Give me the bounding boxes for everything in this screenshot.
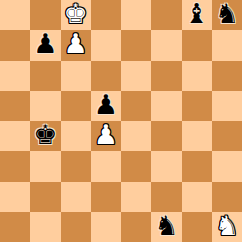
square-f3[interactable] [151,151,181,181]
square-f2[interactable] [151,182,181,212]
square-d3[interactable] [91,151,121,181]
piece-black-pawn-d5[interactable]: ♟ [94,91,118,120]
square-c4[interactable] [61,121,91,151]
square-c3[interactable] [61,151,91,181]
square-d2[interactable] [91,182,121,212]
square-b2[interactable] [30,182,60,212]
square-f4[interactable] [151,121,181,151]
square-b5[interactable] [30,91,60,121]
square-a7[interactable] [0,30,30,60]
square-h6[interactable] [212,61,242,91]
square-g4[interactable] [182,121,212,151]
square-b8[interactable] [30,0,60,30]
square-e6[interactable] [121,61,151,91]
piece-white-king-c8[interactable]: ♚ [64,0,88,29]
square-c6[interactable] [61,61,91,91]
square-d1[interactable] [91,212,121,242]
square-b7[interactable]: ♟ [30,30,60,60]
piece-black-bishop-g8[interactable]: ♝ [185,0,209,29]
square-c2[interactable] [61,182,91,212]
square-a8[interactable] [0,0,30,30]
square-a6[interactable] [0,61,30,91]
piece-black-knight-h8[interactable]: ♞ [215,0,239,29]
square-e8[interactable] [121,0,151,30]
square-h8[interactable]: ♞ [212,0,242,30]
square-a3[interactable] [0,151,30,181]
square-h1[interactable]: ♞ [212,212,242,242]
square-h3[interactable] [212,151,242,181]
square-b1[interactable] [30,212,60,242]
square-f7[interactable] [151,30,181,60]
square-d6[interactable] [91,61,121,91]
piece-black-king-b4[interactable]: ♚ [33,121,57,150]
chess-diagram: ♚♝♞♟♟♟♚♟♞♞ [0,0,242,242]
square-f8[interactable] [151,0,181,30]
square-f5[interactable] [151,91,181,121]
square-h5[interactable] [212,91,242,121]
square-g2[interactable] [182,182,212,212]
piece-white-knight-h1[interactable]: ♞ [215,212,239,241]
piece-black-knight-f1[interactable]: ♞ [154,212,178,241]
square-e2[interactable] [121,182,151,212]
square-d4[interactable]: ♟ [91,121,121,151]
square-h2[interactable] [212,182,242,212]
square-g5[interactable] [182,91,212,121]
square-a2[interactable] [0,182,30,212]
piece-black-pawn-b7[interactable]: ♟ [33,30,57,59]
piece-white-pawn-d4[interactable]: ♟ [94,121,118,150]
square-g6[interactable] [182,61,212,91]
square-b3[interactable] [30,151,60,181]
square-g8[interactable]: ♝ [182,0,212,30]
square-c1[interactable] [61,212,91,242]
square-h7[interactable] [212,30,242,60]
square-h4[interactable] [212,121,242,151]
square-e3[interactable] [121,151,151,181]
square-c5[interactable] [61,91,91,121]
square-g3[interactable] [182,151,212,181]
square-d7[interactable] [91,30,121,60]
square-b6[interactable] [30,61,60,91]
square-c7[interactable]: ♟ [61,30,91,60]
square-b4[interactable]: ♚ [30,121,60,151]
piece-white-pawn-c7[interactable]: ♟ [64,30,88,59]
square-f1[interactable]: ♞ [151,212,181,242]
square-g7[interactable] [182,30,212,60]
square-g1[interactable] [182,212,212,242]
square-c8[interactable]: ♚ [61,0,91,30]
square-e7[interactable] [121,30,151,60]
square-d8[interactable] [91,0,121,30]
square-e1[interactable] [121,212,151,242]
square-e4[interactable] [121,121,151,151]
square-a4[interactable] [0,121,30,151]
chess-board: ♚♝♞♟♟♟♚♟♞♞ [0,0,242,242]
square-a1[interactable] [0,212,30,242]
square-e5[interactable] [121,91,151,121]
square-f6[interactable] [151,61,181,91]
square-a5[interactable] [0,91,30,121]
square-d5[interactable]: ♟ [91,91,121,121]
